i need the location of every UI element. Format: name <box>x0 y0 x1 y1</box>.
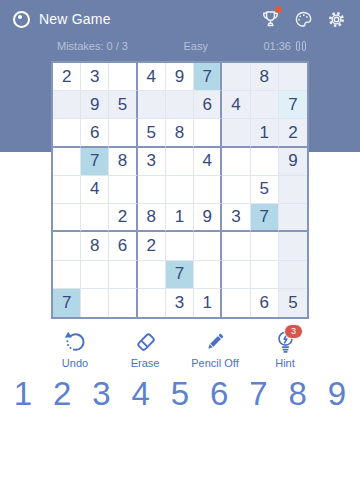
cell-r6c3[interactable]: 2 <box>109 204 137 232</box>
cell-r8c5[interactable]: 7 <box>166 261 194 289</box>
pencil-label: Pencil Off <box>191 357 239 369</box>
themes-button[interactable] <box>292 8 314 30</box>
cell-r9c4[interactable] <box>138 289 166 317</box>
number-pad: 123456789 <box>0 372 360 416</box>
cell-r9c8[interactable]: 6 <box>251 289 279 317</box>
erase-button[interactable]: Erase <box>114 329 176 369</box>
cell-r4c8[interactable] <box>251 148 279 176</box>
numpad-2[interactable]: 2 <box>49 372 75 416</box>
cell-r8c7[interactable] <box>222 261 250 289</box>
cell-r3c2[interactable]: 6 <box>81 119 109 147</box>
cell-r3c1[interactable] <box>53 119 81 147</box>
new-game-record-icon <box>13 11 30 28</box>
pause-icon[interactable] <box>296 41 306 51</box>
cell-r3c3[interactable] <box>109 119 137 147</box>
cell-r2c4[interactable] <box>138 91 166 119</box>
cell-r7c9[interactable] <box>279 232 307 260</box>
cell-r7c1[interactable] <box>53 232 81 260</box>
numpad-8[interactable]: 8 <box>285 372 311 416</box>
mistakes-counter: Mistakes: 0 / 3 <box>57 40 128 52</box>
cell-r8c2[interactable] <box>81 261 109 289</box>
undo-button[interactable]: Undo <box>44 329 106 369</box>
cell-r5c1[interactable] <box>53 176 81 204</box>
cell-r8c9[interactable] <box>279 261 307 289</box>
cell-r4c9[interactable]: 9 <box>279 148 307 176</box>
cell-r7c4[interactable]: 2 <box>138 232 166 260</box>
difficulty-label: Easy <box>183 40 207 52</box>
cell-r4c6[interactable]: 4 <box>194 148 222 176</box>
cell-r6c8[interactable]: 7 <box>251 204 279 232</box>
undo-icon <box>63 329 88 354</box>
cell-r7c6[interactable] <box>194 232 222 260</box>
cell-r3c9[interactable]: 2 <box>279 119 307 147</box>
numpad-4[interactable]: 4 <box>128 372 154 416</box>
cell-r2c6[interactable]: 6 <box>194 91 222 119</box>
cell-r5c9[interactable] <box>279 176 307 204</box>
cell-r8c6[interactable] <box>194 261 222 289</box>
cell-r2c8[interactable] <box>251 91 279 119</box>
cell-r8c1[interactable] <box>53 261 81 289</box>
cell-r9c2[interactable] <box>81 289 109 317</box>
cell-r3c7[interactable] <box>222 119 250 147</box>
numpad-3[interactable]: 3 <box>89 372 115 416</box>
cell-r4c2[interactable]: 7 <box>81 148 109 176</box>
cell-r7c5[interactable] <box>166 232 194 260</box>
cell-r1c1[interactable]: 2 <box>53 63 81 91</box>
cell-r2c5[interactable] <box>166 91 194 119</box>
pencil-icon <box>203 329 228 354</box>
cell-r5c3[interactable] <box>109 176 137 204</box>
top-bar: New Game <box>0 0 360 38</box>
cell-r7c7[interactable] <box>222 232 250 260</box>
cell-r7c3[interactable]: 6 <box>109 232 137 260</box>
cell-r3c4[interactable]: 5 <box>138 119 166 147</box>
cell-r7c2[interactable]: 8 <box>81 232 109 260</box>
cell-r5c6[interactable] <box>194 176 222 204</box>
trophy-button[interactable] <box>259 8 281 30</box>
cell-r1c2[interactable]: 3 <box>81 63 109 91</box>
sudoku-board: 23497895647658127834945281937862773165 <box>51 61 309 319</box>
cell-r3c6[interactable] <box>194 119 222 147</box>
timer: 01:36 <box>263 40 306 52</box>
numpad-5[interactable]: 5 <box>167 372 193 416</box>
cell-r2c1[interactable] <box>53 91 81 119</box>
cell-r2c7[interactable]: 4 <box>222 91 250 119</box>
cell-r6c4[interactable]: 8 <box>138 204 166 232</box>
undo-label: Undo <box>62 357 88 369</box>
hint-label: Hint <box>275 357 295 369</box>
numpad-7[interactable]: 7 <box>246 372 272 416</box>
cell-r1c7[interactable] <box>222 63 250 91</box>
timer-value: 01:36 <box>263 40 291 52</box>
settings-button[interactable] <box>325 8 347 30</box>
cell-r4c1[interactable] <box>53 148 81 176</box>
cell-r6c6[interactable]: 9 <box>194 204 222 232</box>
hint-button[interactable]: 3 Hint <box>254 329 316 369</box>
cell-r8c4[interactable] <box>138 261 166 289</box>
cell-r6c1[interactable] <box>53 204 81 232</box>
cell-r1c8[interactable]: 8 <box>251 63 279 91</box>
numpad-6[interactable]: 6 <box>206 372 232 416</box>
cell-r5c8[interactable]: 5 <box>251 176 279 204</box>
cell-r1c9[interactable] <box>279 63 307 91</box>
cell-r6c7[interactable]: 3 <box>222 204 250 232</box>
numpad-9[interactable]: 9 <box>324 372 350 416</box>
cell-r5c2[interactable]: 4 <box>81 176 109 204</box>
palette-icon <box>293 9 314 30</box>
cell-r1c6[interactable]: 7 <box>194 63 222 91</box>
hint-badge: 3 <box>284 324 303 339</box>
cell-r4c3[interactable]: 8 <box>109 148 137 176</box>
cell-r9c7[interactable] <box>222 289 250 317</box>
cell-r1c3[interactable] <box>109 63 137 91</box>
status-bar: Mistakes: 0 / 3 Easy 01:36 <box>0 37 360 55</box>
pencil-toggle-button[interactable]: Pencil Off <box>184 329 246 369</box>
cell-r2c9[interactable]: 7 <box>279 91 307 119</box>
cell-r5c7[interactable] <box>222 176 250 204</box>
cell-r8c3[interactable] <box>109 261 137 289</box>
cell-r2c3[interactable]: 5 <box>109 91 137 119</box>
cell-r6c5[interactable]: 1 <box>166 204 194 232</box>
cell-r6c2[interactable] <box>81 204 109 232</box>
cell-r1c4[interactable]: 4 <box>138 63 166 91</box>
top-bar-actions <box>259 8 347 30</box>
cell-r2c2[interactable]: 9 <box>81 91 109 119</box>
page-title: New Game <box>39 11 111 27</box>
cell-r9c5[interactable]: 3 <box>166 289 194 317</box>
cell-r5c4[interactable] <box>138 176 166 204</box>
cell-r8c8[interactable] <box>251 261 279 289</box>
eraser-icon <box>133 329 158 354</box>
toolbar: Undo Erase Pencil Off 3 Hint <box>0 329 360 369</box>
cell-r4c5[interactable] <box>166 148 194 176</box>
erase-label: Erase <box>131 357 160 369</box>
cell-r9c6[interactable]: 1 <box>194 289 222 317</box>
cell-r4c7[interactable] <box>222 148 250 176</box>
cell-r5c5[interactable] <box>166 176 194 204</box>
cell-r9c3[interactable] <box>109 289 137 317</box>
cell-r3c8[interactable]: 1 <box>251 119 279 147</box>
cell-r3c5[interactable]: 8 <box>166 119 194 147</box>
notification-dot <box>275 6 282 13</box>
cell-r9c9[interactable]: 5 <box>279 289 307 317</box>
numpad-1[interactable]: 1 <box>10 372 36 416</box>
cell-r6c9[interactable] <box>279 204 307 232</box>
cell-r9c1[interactable]: 7 <box>53 289 81 317</box>
gear-icon <box>326 9 347 30</box>
cell-r4c4[interactable]: 3 <box>138 148 166 176</box>
cell-r1c5[interactable]: 9 <box>166 63 194 91</box>
cell-r7c8[interactable] <box>251 232 279 260</box>
